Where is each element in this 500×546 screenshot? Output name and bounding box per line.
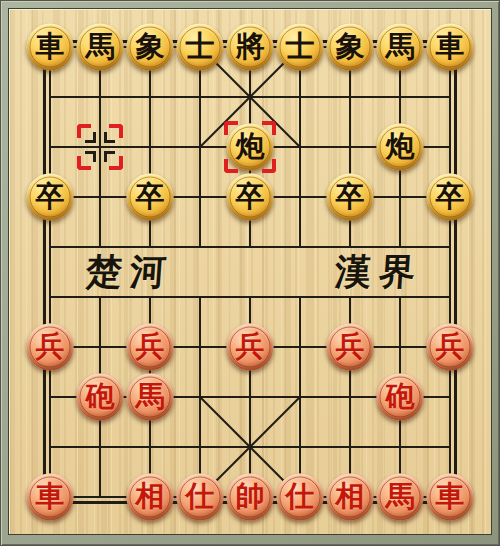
piece-glyph: 仕 <box>286 482 315 511</box>
intersection-1-3[interactable] <box>75 172 125 222</box>
piece-black-advisor[interactable]: 士 <box>177 24 224 71</box>
piece-black-elephant[interactable]: 象 <box>127 24 174 71</box>
piece-glyph: 馬 <box>386 32 415 61</box>
intersection-6-7[interactable] <box>325 372 375 422</box>
piece-black-soldier[interactable]: 卒 <box>227 174 274 221</box>
intersection-3-1[interactable] <box>175 72 225 122</box>
intersection-0-8[interactable] <box>25 422 75 472</box>
intersection-5-2[interactable] <box>275 122 325 172</box>
piece-glyph: 炮 <box>236 132 265 161</box>
game-window: 楚河 漢界 車馬象士將士象馬車炮炮卒卒卒卒卒兵兵兵兵兵砲馬砲車相仕帥仕相馬車 <box>0 0 500 546</box>
last-move-to-marker <box>262 159 276 173</box>
piece-red-cannon[interactable]: 砲 <box>77 374 124 421</box>
intersection-8-4[interactable] <box>425 222 475 272</box>
piece-black-general[interactable]: 將 <box>227 24 274 71</box>
intersection-5-1[interactable] <box>275 72 325 122</box>
piece-glyph: 士 <box>186 32 215 61</box>
piece-red-general[interactable]: 帥 <box>227 474 274 521</box>
piece-red-soldier[interactable]: 兵 <box>427 324 474 371</box>
piece-glyph: 卒 <box>336 182 365 211</box>
piece-red-soldier[interactable]: 兵 <box>27 324 74 371</box>
intersection-0-7[interactable] <box>25 372 75 422</box>
piece-red-advisor[interactable]: 仕 <box>277 474 324 521</box>
intersection-6-4[interactable] <box>325 222 375 272</box>
piece-glyph: 砲 <box>386 382 415 411</box>
intersection-8-5[interactable] <box>425 272 475 322</box>
intersection-7-1[interactable] <box>375 72 425 122</box>
intersection-2-8[interactable] <box>125 422 175 472</box>
piece-glyph: 將 <box>236 32 265 61</box>
intersection-7-5[interactable] <box>375 272 425 322</box>
piece-red-elephant[interactable]: 相 <box>327 474 374 521</box>
intersection-8-8[interactable] <box>425 422 475 472</box>
piece-black-cannon[interactable]: 炮 <box>377 124 424 171</box>
piece-glyph: 士 <box>286 32 315 61</box>
piece-glyph: 相 <box>136 482 165 511</box>
piece-red-cannon[interactable]: 砲 <box>377 374 424 421</box>
intersection-0-1[interactable] <box>25 72 75 122</box>
piece-red-chariot[interactable]: 車 <box>27 474 74 521</box>
last-move-from-marker <box>109 124 123 138</box>
piece-black-soldier[interactable]: 卒 <box>127 174 174 221</box>
intersection-4-8[interactable] <box>225 422 275 472</box>
piece-glyph: 車 <box>436 32 465 61</box>
piece-red-horse[interactable]: 馬 <box>127 374 174 421</box>
intersection-1-4[interactable] <box>75 222 125 272</box>
piece-red-chariot[interactable]: 車 <box>427 474 474 521</box>
piece-black-soldier[interactable]: 卒 <box>327 174 374 221</box>
intersection-4-1[interactable] <box>225 72 275 122</box>
intersection-3-5[interactable] <box>175 272 225 322</box>
intersection-3-7[interactable] <box>175 372 225 422</box>
piece-glyph: 馬 <box>386 482 415 511</box>
intersection-3-4[interactable] <box>175 222 225 272</box>
piece-black-chariot[interactable]: 車 <box>27 24 74 71</box>
piece-black-soldier[interactable]: 卒 <box>427 174 474 221</box>
piece-red-advisor[interactable]: 仕 <box>177 474 224 521</box>
intersection-2-2[interactable] <box>125 122 175 172</box>
piece-glyph: 兵 <box>236 332 265 361</box>
piece-glyph: 卒 <box>136 182 165 211</box>
intersection-4-7[interactable] <box>225 372 275 422</box>
last-move-to-marker <box>224 121 238 135</box>
intersection-1-8[interactable] <box>75 422 125 472</box>
piece-glyph: 車 <box>436 482 465 511</box>
intersection-7-4[interactable] <box>375 222 425 272</box>
piece-glyph: 兵 <box>136 332 165 361</box>
piece-glyph: 兵 <box>436 332 465 361</box>
last-move-from-marker <box>77 156 91 170</box>
piece-black-chariot[interactable]: 車 <box>427 24 474 71</box>
piece-red-horse[interactable]: 馬 <box>377 474 424 521</box>
piece-red-elephant[interactable]: 相 <box>127 474 174 521</box>
last-move-to-marker <box>224 159 238 173</box>
intersection-2-4[interactable] <box>125 222 175 272</box>
intersection-1-6[interactable] <box>75 322 125 372</box>
piece-glyph: 卒 <box>36 182 65 211</box>
piece-black-elephant[interactable]: 象 <box>327 24 374 71</box>
intersection-7-3[interactable] <box>375 172 425 222</box>
intersection-0-4[interactable] <box>25 222 75 272</box>
piece-red-soldier[interactable]: 兵 <box>327 324 374 371</box>
last-move-to-marker <box>262 121 276 135</box>
intersection-5-3[interactable] <box>275 172 325 222</box>
intersection-5-6[interactable] <box>275 322 325 372</box>
piece-glyph: 馬 <box>86 32 115 61</box>
intersection-8-7[interactable] <box>425 372 475 422</box>
piece-black-horse[interactable]: 馬 <box>77 24 124 71</box>
piece-glyph: 卒 <box>236 182 265 211</box>
piece-black-horse[interactable]: 馬 <box>377 24 424 71</box>
intersection-2-5[interactable] <box>125 272 175 322</box>
intersection-5-5[interactable] <box>275 272 325 322</box>
piece-glyph: 炮 <box>386 132 415 161</box>
piece-glyph: 帥 <box>236 482 265 511</box>
intersection-3-3[interactable] <box>175 172 225 222</box>
piece-glyph: 兵 <box>336 332 365 361</box>
intersection-3-2[interactable] <box>175 122 225 172</box>
piece-glyph: 卒 <box>436 182 465 211</box>
last-move-from-marker <box>109 156 123 170</box>
intersection-5-7[interactable] <box>275 372 325 422</box>
intersection-6-1[interactable] <box>325 72 375 122</box>
intersection-8-1[interactable] <box>425 72 475 122</box>
intersection-5-4[interactable] <box>275 222 325 272</box>
piece-glyph: 兵 <box>36 332 65 361</box>
intersection-6-8[interactable] <box>325 422 375 472</box>
intersection-1-5[interactable] <box>75 272 125 322</box>
piece-glyph: 象 <box>136 32 165 61</box>
piece-black-advisor[interactable]: 士 <box>277 24 324 71</box>
intersection-7-8[interactable] <box>375 422 425 472</box>
piece-glyph: 相 <box>336 482 365 511</box>
intersection-6-2[interactable] <box>325 122 375 172</box>
intersection-3-8[interactable] <box>175 422 225 472</box>
piece-black-soldier[interactable]: 卒 <box>27 174 74 221</box>
piece-glyph: 仕 <box>186 482 215 511</box>
piece-glyph: 砲 <box>86 382 115 411</box>
intersection-3-6[interactable] <box>175 322 225 372</box>
piece-glyph: 車 <box>36 482 65 511</box>
intersection-1-9[interactable] <box>75 472 125 522</box>
intersection-1-1[interactable] <box>75 72 125 122</box>
intersection-8-2[interactable] <box>425 122 475 172</box>
piece-glyph: 馬 <box>136 382 165 411</box>
piece-glyph: 象 <box>336 32 365 61</box>
last-move-from-marker <box>77 124 91 138</box>
intersection-2-1[interactable] <box>125 72 175 122</box>
intersection-4-5[interactable] <box>225 272 275 322</box>
intersection-6-5[interactable] <box>325 272 375 322</box>
piece-red-soldier[interactable]: 兵 <box>127 324 174 371</box>
intersection-4-4[interactable] <box>225 222 275 272</box>
intersection-grid <box>25 22 475 522</box>
intersection-5-8[interactable] <box>275 422 325 472</box>
xiangqi-board[interactable]: 楚河 漢界 車馬象士將士象馬車炮炮卒卒卒卒卒兵兵兵兵兵砲馬砲車相仕帥仕相馬車 <box>50 47 450 497</box>
intersection-7-6[interactable] <box>375 322 425 372</box>
intersection-0-2[interactable] <box>25 122 75 172</box>
board-wood: 楚河 漢界 車馬象士將士象馬車炮炮卒卒卒卒卒兵兵兵兵兵砲馬砲車相仕帥仕相馬車 <box>9 9 491 534</box>
piece-glyph: 車 <box>36 32 65 61</box>
intersection-0-5[interactable] <box>25 272 75 322</box>
piece-red-soldier[interactable]: 兵 <box>227 324 274 371</box>
